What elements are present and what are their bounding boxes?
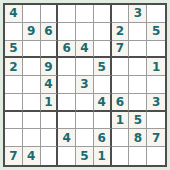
cell-r5c1[interactable]	[5, 76, 23, 94]
sudoku-board: 439625564729514314631546877451	[3, 3, 167, 167]
cell-r1c2[interactable]	[23, 5, 41, 23]
cell-r6c7: 6	[112, 94, 130, 112]
cell-r1c6[interactable]	[94, 5, 112, 23]
cell-r5c5: 3	[76, 76, 94, 94]
cell-r9c9[interactable]	[147, 147, 165, 165]
cell-r9c6: 1	[94, 147, 112, 165]
cell-r7c2[interactable]	[23, 112, 41, 130]
cell-r4c5[interactable]	[76, 58, 94, 76]
cell-r6c1[interactable]	[5, 94, 23, 112]
cell-r7c8: 5	[129, 112, 147, 130]
cell-r1c8: 3	[129, 5, 147, 23]
cell-r8c2[interactable]	[23, 129, 41, 147]
cell-r9c5: 5	[76, 147, 94, 165]
cell-r6c4[interactable]	[58, 94, 76, 112]
cell-r7c1[interactable]	[5, 112, 23, 130]
cell-r5c7[interactable]	[112, 76, 130, 94]
cell-r1c9[interactable]	[147, 5, 165, 23]
cell-r9c4[interactable]	[58, 147, 76, 165]
cell-r8c1[interactable]	[5, 129, 23, 147]
cell-r3c6[interactable]	[94, 41, 112, 59]
cell-r8c9: 7	[147, 129, 165, 147]
cell-r2c3: 6	[41, 23, 59, 41]
cell-r4c4[interactable]	[58, 58, 76, 76]
cell-r4c3: 9	[41, 58, 59, 76]
cell-r2c2: 9	[23, 23, 41, 41]
cell-r9c8[interactable]	[129, 147, 147, 165]
cell-r1c3[interactable]	[41, 5, 59, 23]
page-background: 439625564729514314631546877451	[0, 0, 170, 170]
cell-r2c1[interactable]	[5, 23, 23, 41]
cell-r7c4[interactable]	[58, 112, 76, 130]
cell-r8c5[interactable]	[76, 129, 94, 147]
cell-r1c5[interactable]	[76, 5, 94, 23]
cell-r7c6[interactable]	[94, 112, 112, 130]
cell-r6c3: 1	[41, 94, 59, 112]
cell-r9c2: 4	[23, 147, 41, 165]
cell-r3c1: 5	[5, 41, 23, 59]
cell-r7c9[interactable]	[147, 112, 165, 130]
cell-r1c4[interactable]	[58, 5, 76, 23]
cell-r4c8[interactable]	[129, 58, 147, 76]
cell-r2c4[interactable]	[58, 23, 76, 41]
cell-r5c3: 4	[41, 76, 59, 94]
cell-r1c7[interactable]	[112, 5, 130, 23]
cell-r1c1: 4	[5, 5, 23, 23]
cell-r8c4: 4	[58, 129, 76, 147]
cell-r2c9: 5	[147, 23, 165, 41]
cell-r3c3[interactable]	[41, 41, 59, 59]
cell-r5c2[interactable]	[23, 76, 41, 94]
cell-r8c7[interactable]	[112, 129, 130, 147]
cell-r4c6: 5	[94, 58, 112, 76]
cell-r3c5: 4	[76, 41, 94, 59]
cell-r8c6: 6	[94, 129, 112, 147]
cell-r5c8[interactable]	[129, 76, 147, 94]
cell-r4c1: 2	[5, 58, 23, 76]
cell-r9c1: 7	[5, 147, 23, 165]
cell-r2c8[interactable]	[129, 23, 147, 41]
cell-r3c7: 7	[112, 41, 130, 59]
cell-r3c4: 6	[58, 41, 76, 59]
cell-r5c4[interactable]	[58, 76, 76, 94]
cell-r4c2[interactable]	[23, 58, 41, 76]
cell-r6c8[interactable]	[129, 94, 147, 112]
cell-r5c6[interactable]	[94, 76, 112, 94]
cell-r7c7: 1	[112, 112, 130, 130]
cell-r7c5[interactable]	[76, 112, 94, 130]
cell-r4c9: 1	[147, 58, 165, 76]
cell-r6c2[interactable]	[23, 94, 41, 112]
cell-r2c6[interactable]	[94, 23, 112, 41]
cell-r3c9[interactable]	[147, 41, 165, 59]
cell-r9c7[interactable]	[112, 147, 130, 165]
cell-r2c7: 2	[112, 23, 130, 41]
cell-r6c6: 4	[94, 94, 112, 112]
cell-r2c5[interactable]	[76, 23, 94, 41]
cell-r6c5[interactable]	[76, 94, 94, 112]
cell-r8c8: 8	[129, 129, 147, 147]
cell-r4c7[interactable]	[112, 58, 130, 76]
cell-r6c9: 3	[147, 94, 165, 112]
cell-r5c9[interactable]	[147, 76, 165, 94]
cell-r9c3[interactable]	[41, 147, 59, 165]
cell-r8c3[interactable]	[41, 129, 59, 147]
cell-r7c3[interactable]	[41, 112, 59, 130]
cell-r3c2[interactable]	[23, 41, 41, 59]
cell-r3c8[interactable]	[129, 41, 147, 59]
